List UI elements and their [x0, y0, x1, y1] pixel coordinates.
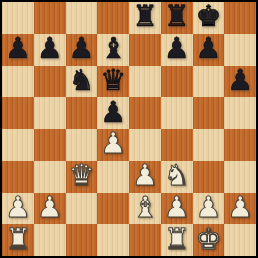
- black-pawn-piece: ♟: [195, 34, 221, 63]
- white-pawn-piece: ♟: [195, 193, 221, 222]
- square-c8[interactable]: [66, 2, 98, 34]
- black-pawn-piece: ♟: [100, 98, 126, 127]
- square-g8[interactable]: ♚: [193, 2, 225, 34]
- square-a5[interactable]: [2, 97, 34, 129]
- black-pawn-piece: ♟: [37, 34, 63, 63]
- square-d2[interactable]: [97, 193, 129, 225]
- square-b8[interactable]: [34, 2, 66, 34]
- black-bishop-piece: ♝: [100, 34, 126, 63]
- square-b4[interactable]: [34, 129, 66, 161]
- square-g1[interactable]: ♚: [193, 224, 225, 256]
- square-h2[interactable]: ♟: [224, 193, 256, 225]
- square-d7[interactable]: ♝: [97, 34, 129, 66]
- square-a6[interactable]: [2, 66, 34, 98]
- chess-board-frame: ♜♜♚♟♟♟♝♟♟♞♛♟♟♟♛♟♞♟♟♝♟♟♟♜♜♚: [0, 0, 258, 258]
- square-a2[interactable]: ♟: [2, 193, 34, 225]
- white-pawn-piece: ♟: [100, 129, 126, 158]
- square-c7[interactable]: ♟: [66, 34, 98, 66]
- square-g3[interactable]: [193, 161, 225, 193]
- square-d6[interactable]: ♛: [97, 66, 129, 98]
- square-h6[interactable]: ♟: [224, 66, 256, 98]
- square-b7[interactable]: ♟: [34, 34, 66, 66]
- white-pawn-piece: ♟: [227, 193, 253, 222]
- white-rook-piece: ♜: [5, 225, 31, 254]
- square-d5[interactable]: ♟: [97, 97, 129, 129]
- square-c6[interactable]: ♞: [66, 66, 98, 98]
- square-f2[interactable]: ♟: [161, 193, 193, 225]
- square-f3[interactable]: ♞: [161, 161, 193, 193]
- square-d4[interactable]: ♟: [97, 129, 129, 161]
- square-d8[interactable]: [97, 2, 129, 34]
- square-a3[interactable]: [2, 161, 34, 193]
- white-pawn-piece: ♟: [164, 193, 190, 222]
- square-c1[interactable]: [66, 224, 98, 256]
- square-a1[interactable]: ♜: [2, 224, 34, 256]
- white-bishop-piece: ♝: [132, 193, 158, 222]
- square-f8[interactable]: ♜: [161, 2, 193, 34]
- black-pawn-piece: ♟: [68, 34, 94, 63]
- white-rook-piece: ♜: [164, 225, 190, 254]
- square-b2[interactable]: ♟: [34, 193, 66, 225]
- square-g6[interactable]: [193, 66, 225, 98]
- square-h1[interactable]: [224, 224, 256, 256]
- white-pawn-piece: ♟: [132, 161, 158, 190]
- square-b5[interactable]: [34, 97, 66, 129]
- square-h3[interactable]: [224, 161, 256, 193]
- square-f5[interactable]: [161, 97, 193, 129]
- black-pawn-piece: ♟: [164, 34, 190, 63]
- square-f7[interactable]: ♟: [161, 34, 193, 66]
- square-h7[interactable]: [224, 34, 256, 66]
- white-knight-piece: ♞: [164, 161, 190, 190]
- white-king-piece: ♚: [195, 225, 221, 254]
- square-b6[interactable]: [34, 66, 66, 98]
- square-g2[interactable]: ♟: [193, 193, 225, 225]
- square-h4[interactable]: [224, 129, 256, 161]
- square-c5[interactable]: [66, 97, 98, 129]
- square-g7[interactable]: ♟: [193, 34, 225, 66]
- square-f1[interactable]: ♜: [161, 224, 193, 256]
- white-queen-piece: ♛: [68, 161, 94, 190]
- square-e5[interactable]: [129, 97, 161, 129]
- square-d1[interactable]: [97, 224, 129, 256]
- square-b3[interactable]: [34, 161, 66, 193]
- square-g5[interactable]: [193, 97, 225, 129]
- black-knight-piece: ♞: [68, 66, 94, 95]
- square-c4[interactable]: [66, 129, 98, 161]
- square-a7[interactable]: ♟: [2, 34, 34, 66]
- square-c2[interactable]: [66, 193, 98, 225]
- square-e4[interactable]: [129, 129, 161, 161]
- square-f4[interactable]: [161, 129, 193, 161]
- black-rook-piece: ♜: [164, 2, 190, 31]
- square-a4[interactable]: [2, 129, 34, 161]
- chess-board: ♜♜♚♟♟♟♝♟♟♞♛♟♟♟♛♟♞♟♟♝♟♟♟♜♜♚: [2, 2, 256, 256]
- square-e7[interactable]: [129, 34, 161, 66]
- black-queen-piece: ♛: [100, 66, 126, 95]
- square-c3[interactable]: ♛: [66, 161, 98, 193]
- square-f6[interactable]: [161, 66, 193, 98]
- square-e1[interactable]: [129, 224, 161, 256]
- square-e8[interactable]: ♜: [129, 2, 161, 34]
- black-rook-piece: ♜: [132, 2, 158, 31]
- black-pawn-piece: ♟: [227, 66, 253, 95]
- square-e2[interactable]: ♝: [129, 193, 161, 225]
- white-pawn-piece: ♟: [37, 193, 63, 222]
- square-d3[interactable]: [97, 161, 129, 193]
- square-a8[interactable]: [2, 2, 34, 34]
- black-pawn-piece: ♟: [5, 34, 31, 63]
- black-king-piece: ♚: [195, 2, 221, 31]
- square-g4[interactable]: [193, 129, 225, 161]
- square-e6[interactable]: [129, 66, 161, 98]
- square-h5[interactable]: [224, 97, 256, 129]
- square-e3[interactable]: ♟: [129, 161, 161, 193]
- square-h8[interactable]: [224, 2, 256, 34]
- square-b1[interactable]: [34, 224, 66, 256]
- white-pawn-piece: ♟: [5, 193, 31, 222]
